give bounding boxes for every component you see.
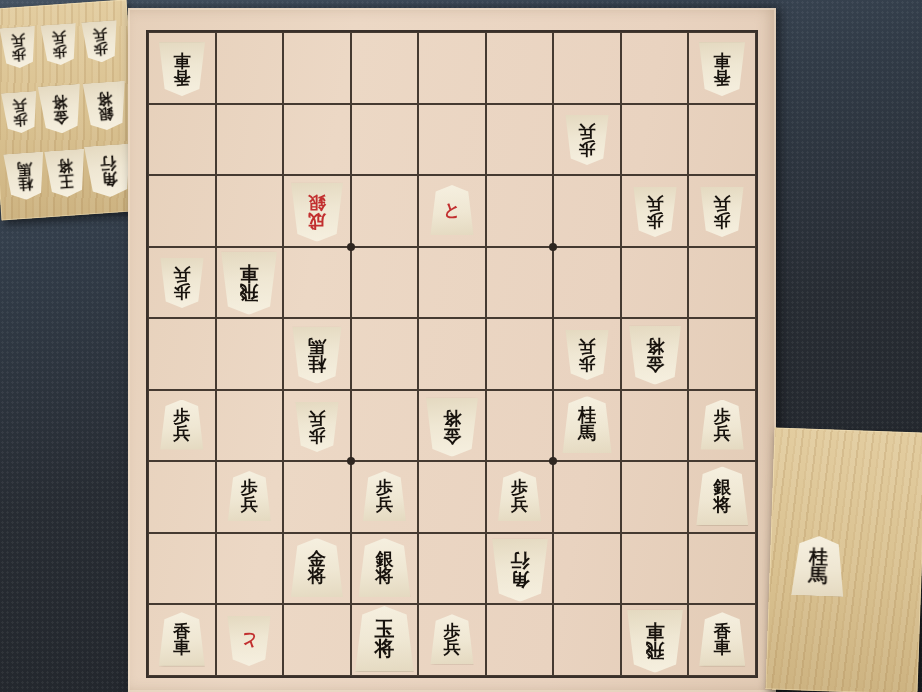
piece-kanji: と	[241, 633, 258, 650]
square-8b[interactable]	[216, 104, 284, 176]
piece-kanji: 銀	[713, 478, 731, 496]
piece-kanji: 将	[646, 338, 664, 356]
piece-kanji: 将	[96, 91, 112, 107]
piece-kanji: 行	[510, 551, 529, 570]
square-9b[interactable]	[148, 104, 216, 176]
piece-kanji: 香	[714, 69, 731, 86]
piece-kanji: 兵	[579, 124, 596, 141]
square-3e[interactable]: 歩兵	[553, 318, 621, 390]
square-8d[interactable]: 飛車	[216, 247, 284, 319]
piece-kanji: 金	[443, 427, 461, 445]
square-9g[interactable]	[148, 461, 216, 533]
piece-sente-silver[interactable]: 銀将	[696, 466, 749, 525]
piece-gote-pawn[interactable]: 歩兵	[565, 115, 609, 165]
square-7f[interactable]: 歩兵	[283, 390, 351, 462]
piece-gote-gold[interactable]: 金将	[425, 397, 478, 456]
square-8i[interactable]: と	[216, 604, 284, 676]
piece-kanji: 成	[308, 212, 326, 230]
piece-kanji: 角	[510, 570, 529, 589]
star-point	[549, 457, 557, 465]
square-8g[interactable]: 歩兵	[216, 461, 284, 533]
square-6f[interactable]	[351, 390, 419, 462]
piece-kanji: 将	[374, 639, 394, 659]
piece-kanji: 飛	[645, 641, 664, 660]
piece-gote-pawn[interactable]: 歩兵	[565, 330, 609, 380]
square-1f[interactable]: 歩兵	[688, 390, 756, 462]
piece-gote-pawn[interactable]: 歩兵	[160, 258, 204, 308]
piece-kanji: 兵	[173, 425, 190, 442]
piece-sente-pawn[interactable]: 歩兵	[362, 471, 406, 521]
square-4f[interactable]	[486, 390, 554, 462]
square-3i[interactable]	[553, 604, 621, 676]
square-6i[interactable]: 玉将	[351, 604, 419, 676]
square-4a[interactable]	[486, 32, 554, 104]
square-2c[interactable]: 歩兵	[621, 175, 689, 247]
square-2g[interactable]	[621, 461, 689, 533]
piece-sente-pawn[interactable]: 歩兵	[227, 471, 271, 521]
star-point	[347, 457, 355, 465]
piece-sente-pawn[interactable]: 歩兵	[430, 614, 474, 664]
square-8f[interactable]	[216, 390, 284, 462]
piece-gote-pawn[interactable]: 歩兵	[0, 90, 39, 133]
piece-kanji: 歩	[646, 212, 663, 229]
square-8h[interactable]	[216, 533, 284, 605]
square-2e[interactable]: 金将	[621, 318, 689, 390]
piece-kanji: 桂	[308, 355, 326, 373]
piece-sente-king[interactable]: 玉将	[354, 606, 414, 672]
square-8e[interactable]	[216, 318, 284, 390]
square-5i[interactable]: 歩兵	[418, 604, 486, 676]
square-2i[interactable]: 飛車	[621, 604, 689, 676]
piece-kanji: 金	[646, 355, 664, 373]
piece-kanji: 将	[308, 567, 326, 585]
piece-kanji: 将	[375, 567, 393, 585]
square-5a[interactable]	[418, 32, 486, 104]
piece-gote-knight[interactable]: 桂馬	[292, 327, 342, 384]
piece-sente-pawn[interactable]: 歩兵	[160, 400, 204, 450]
piece-kanji: 歩	[173, 283, 190, 300]
piece-kanji: 馬	[16, 161, 32, 177]
square-9e[interactable]	[148, 318, 216, 390]
star-point	[549, 243, 557, 251]
piece-kanji: 兵	[173, 267, 190, 284]
piece-kanji: 馬	[578, 424, 596, 442]
piece-kanji: 兵	[511, 496, 528, 513]
square-4g[interactable]: 歩兵	[486, 461, 554, 533]
piece-sente-gold[interactable]: 金将	[290, 538, 343, 597]
piece-kanji: 兵	[241, 496, 258, 513]
square-3b[interactable]: 歩兵	[553, 104, 621, 176]
piece-kanji: 兵	[443, 639, 460, 656]
piece-gote-pawn[interactable]: 歩兵	[81, 20, 120, 63]
square-3a[interactable]	[553, 32, 621, 104]
square-2f[interactable]	[621, 390, 689, 462]
square-5b[interactable]	[418, 104, 486, 176]
komadai-row: 歩兵歩兵歩兵	[0, 8, 126, 81]
square-1d[interactable]	[688, 247, 756, 319]
square-4i[interactable]	[486, 604, 554, 676]
square-7b[interactable]	[283, 104, 351, 176]
komadai-row: 桂馬	[772, 436, 920, 685]
piece-gote-bishop[interactable]: 角行	[491, 538, 548, 601]
square-4b[interactable]	[486, 104, 554, 176]
square-6d[interactable]	[351, 247, 419, 319]
square-6g[interactable]: 歩兵	[351, 461, 419, 533]
square-7i[interactable]	[283, 604, 351, 676]
piece-kanji: 馬	[808, 566, 828, 585]
square-5c[interactable]: と	[418, 175, 486, 247]
piece-gote-knight[interactable]: 桂馬	[3, 152, 47, 202]
square-8a[interactable]	[216, 32, 284, 104]
square-1a[interactable]: 香車	[688, 32, 756, 104]
piece-gote-king[interactable]: 王将	[44, 149, 88, 199]
square-3g[interactable]	[553, 461, 621, 533]
square-5h[interactable]	[418, 533, 486, 605]
square-2h[interactable]	[621, 533, 689, 605]
piece-sente-pawn[interactable]: 歩兵	[700, 400, 744, 450]
piece-gote-rook[interactable]: 飛車	[221, 252, 278, 315]
piece-sente-knight[interactable]: 桂馬	[791, 535, 846, 597]
gote-komadai: 歩兵歩兵歩兵歩兵金将銀将桂馬王将角行	[0, 0, 141, 221]
square-3f[interactable]: 桂馬	[553, 390, 621, 462]
square-9d[interactable]: 歩兵	[148, 247, 216, 319]
piece-kanji: 兵	[51, 30, 66, 45]
square-9c[interactable]	[148, 175, 216, 247]
square-7d[interactable]	[283, 247, 351, 319]
piece-kanji: 歩	[714, 212, 731, 229]
square-7a[interactable]	[283, 32, 351, 104]
square-7c[interactable]: 成銀	[283, 175, 351, 247]
square-3h[interactable]	[553, 533, 621, 605]
piece-gote-pawn[interactable]: 歩兵	[295, 402, 339, 452]
piece-kanji: 桂	[17, 176, 33, 192]
square-1e[interactable]	[688, 318, 756, 390]
piece-kanji: 将	[52, 94, 68, 110]
square-5f[interactable]: 金将	[418, 390, 486, 462]
square-9h[interactable]	[148, 533, 216, 605]
square-9f[interactable]: 歩兵	[148, 390, 216, 462]
square-1b[interactable]	[688, 104, 756, 176]
piece-kanji: 車	[173, 52, 190, 69]
piece-kanji: 車	[645, 623, 664, 642]
square-6b[interactable]	[351, 104, 419, 176]
board-grid: 香車香車歩兵成銀と歩兵歩兵歩兵飛車桂馬歩兵金将歩兵歩兵金将桂馬歩兵歩兵歩兵歩兵銀…	[146, 30, 758, 678]
komadai-row: 桂馬王将角行	[2, 137, 134, 210]
piece-sente-lance[interactable]: 香車	[158, 612, 205, 666]
square-6c[interactable]	[351, 175, 419, 247]
piece-kanji: 兵	[308, 410, 325, 427]
piece-gote-gold[interactable]: 金将	[37, 84, 83, 135]
shogi-board: 香車香車歩兵成銀と歩兵歩兵歩兵飛車桂馬歩兵金将歩兵歩兵金将桂馬歩兵歩兵歩兵歩兵銀…	[128, 8, 776, 692]
piece-kanji: 金	[308, 550, 326, 568]
piece-kanji: 将	[443, 409, 461, 427]
square-9a[interactable]: 香車	[148, 32, 216, 104]
piece-kanji: 歩	[579, 355, 596, 372]
piece-kanji: 兵	[579, 338, 596, 355]
piece-kanji: 車	[714, 639, 731, 656]
square-5d[interactable]	[418, 247, 486, 319]
sente-komadai: 桂馬	[765, 427, 922, 692]
piece-kanji: 兵	[11, 33, 26, 48]
piece-kanji: 車	[240, 265, 259, 284]
piece-kanji: と	[443, 202, 460, 219]
piece-kanji: 兵	[376, 496, 393, 513]
piece-gote-promoted-pawn[interactable]: と	[227, 616, 271, 666]
star-point	[347, 243, 355, 251]
square-6a[interactable]	[351, 32, 419, 104]
piece-kanji: 兵	[12, 98, 27, 113]
piece-gote-gold[interactable]: 金将	[628, 326, 681, 385]
square-1i[interactable]: 香車	[688, 604, 756, 676]
square-6e[interactable]	[351, 318, 419, 390]
square-4c[interactable]	[486, 175, 554, 247]
square-4e[interactable]	[486, 318, 554, 390]
square-1g[interactable]: 銀将	[688, 461, 756, 533]
piece-kanji: 車	[714, 52, 731, 69]
piece-kanji: 兵	[714, 195, 731, 212]
square-2b[interactable]	[621, 104, 689, 176]
square-3c[interactable]	[553, 175, 621, 247]
piece-kanji: 将	[57, 159, 73, 175]
piece-gote-promoted-silver[interactable]: 成銀	[290, 183, 343, 242]
piece-kanji: 車	[173, 639, 190, 656]
piece-sente-pawn[interactable]: 歩兵	[498, 471, 542, 521]
piece-kanji: 香	[173, 69, 190, 86]
piece-gote-bishop[interactable]: 角行	[84, 143, 134, 198]
piece-sente-silver[interactable]: 銀将	[358, 538, 411, 597]
square-2d[interactable]	[621, 247, 689, 319]
gote-komadai-pieces: 歩兵歩兵歩兵歩兵金将銀将桂馬王将角行	[0, 8, 135, 210]
piece-gote-pawn[interactable]: 歩兵	[40, 23, 79, 66]
piece-kanji: 行	[100, 154, 117, 171]
piece-kanji: 歩	[308, 427, 325, 444]
square-4d[interactable]	[486, 247, 554, 319]
piece-sente-lance[interactable]: 香車	[699, 612, 746, 666]
piece-gote-lance[interactable]: 香車	[158, 42, 205, 96]
square-6h[interactable]: 銀将	[351, 533, 419, 605]
square-7e[interactable]: 桂馬	[283, 318, 351, 390]
piece-kanji: 銀	[375, 550, 393, 568]
piece-kanji: 将	[713, 496, 731, 514]
square-8c[interactable]	[216, 175, 284, 247]
piece-kanji: 王	[58, 173, 74, 189]
piece-gote-rook[interactable]: 飛車	[626, 610, 683, 673]
piece-kanji: 兵	[646, 195, 663, 212]
square-7h[interactable]: 金将	[283, 533, 351, 605]
piece-gote-silver[interactable]: 銀将	[82, 81, 128, 132]
square-1c[interactable]: 歩兵	[688, 175, 756, 247]
piece-kanji: 銀	[308, 194, 326, 212]
piece-sente-promoted-pawn[interactable]: と	[430, 185, 474, 235]
piece-gote-pawn[interactable]: 歩兵	[633, 187, 677, 237]
square-7g[interactable]	[283, 461, 351, 533]
square-5e[interactable]	[418, 318, 486, 390]
piece-gote-lance[interactable]: 香車	[699, 42, 746, 96]
piece-kanji: 兵	[92, 27, 107, 42]
square-5g[interactable]	[418, 461, 486, 533]
piece-gote-pawn[interactable]: 歩兵	[700, 187, 744, 237]
piece-kanji: 兵	[714, 425, 731, 442]
square-4h[interactable]: 角行	[486, 533, 554, 605]
piece-kanji: 馬	[308, 337, 326, 355]
komadai-row: 歩兵金将銀将	[0, 72, 130, 145]
square-9i[interactable]: 香車	[148, 604, 216, 676]
square-2a[interactable]	[621, 32, 689, 104]
piece-kanji: 飛	[240, 284, 259, 303]
piece-kanji: 歩	[579, 140, 596, 157]
square-1h[interactable]	[688, 533, 756, 605]
piece-gote-pawn[interactable]: 歩兵	[0, 26, 38, 69]
square-3d[interactable]	[553, 247, 621, 319]
piece-kanji: 桂	[578, 407, 596, 425]
sente-komadai-pieces: 桂馬	[772, 436, 920, 685]
piece-sente-knight[interactable]: 桂馬	[562, 396, 612, 453]
